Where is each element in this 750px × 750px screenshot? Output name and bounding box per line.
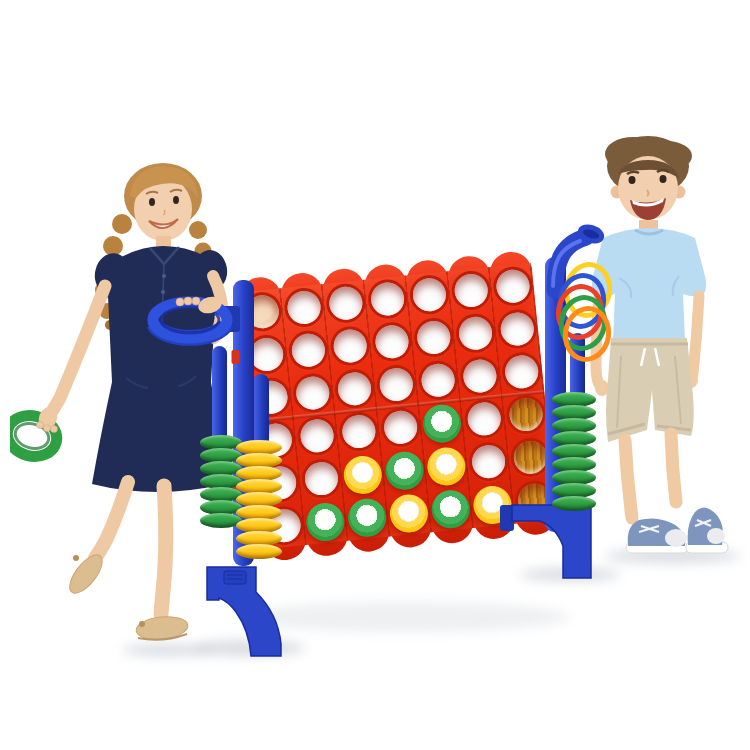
cell-r3c4[interactable] [373, 361, 419, 408]
hole [290, 332, 326, 368]
cell-r3c7[interactable] [498, 348, 544, 395]
cell-r5c4[interactable] [381, 447, 427, 494]
cell-r5c7[interactable] [507, 434, 553, 481]
cell-r6c7[interactable] [511, 477, 557, 524]
green-ring [384, 449, 426, 491]
cell-r5c2[interactable] [298, 455, 344, 502]
hand-behind-hole [244, 294, 280, 330]
hole [303, 461, 339, 497]
hole [373, 324, 409, 360]
cell-r4c3[interactable] [335, 408, 381, 455]
green-ring [346, 496, 388, 538]
yellow-ring [425, 445, 467, 487]
cell-r5c6[interactable] [465, 438, 511, 485]
cell-r2c1[interactable] [243, 331, 289, 378]
toss-rings [556, 262, 608, 342]
cell-r3c2[interactable] [289, 370, 335, 417]
hole [411, 277, 447, 313]
hole [369, 281, 405, 317]
hole [466, 401, 502, 437]
cell-r5c5[interactable] [423, 442, 469, 489]
hole [503, 354, 539, 390]
cell-r1c7[interactable] [489, 263, 535, 310]
boy-sneakers [626, 507, 728, 553]
yellow-ring [342, 454, 384, 496]
hole [336, 371, 372, 407]
cell-r2c5[interactable] [410, 314, 456, 361]
cell-r4c2[interactable] [294, 412, 340, 459]
ring-stack-right-green [552, 394, 596, 511]
hole [332, 328, 368, 364]
cell-r3c3[interactable] [331, 365, 377, 412]
hole [299, 418, 335, 454]
cell-r2c6[interactable] [452, 310, 498, 357]
cell-r3c5[interactable] [415, 357, 461, 404]
green-ring [304, 501, 346, 543]
cell-r2c4[interactable] [368, 318, 414, 365]
yellow-ring [472, 484, 514, 526]
girl-face [130, 166, 198, 241]
hole [470, 444, 506, 480]
amber-showthrough [516, 482, 552, 518]
yellow-ring [388, 492, 430, 534]
cell-r2c2[interactable] [285, 327, 331, 374]
cell-r1c3[interactable] [322, 280, 368, 327]
cell-r2c3[interactable] [327, 323, 373, 370]
cell-r1c6[interactable] [448, 267, 494, 314]
hole [461, 358, 497, 394]
green-ring [430, 488, 472, 530]
cell-r2c7[interactable] [494, 306, 540, 353]
cell-r4c5[interactable] [419, 400, 465, 447]
board-grid [239, 263, 558, 549]
hole [457, 315, 493, 351]
four-in-a-row-board [239, 263, 558, 549]
cell-r3c6[interactable] [456, 353, 502, 400]
boy-shorts [606, 338, 694, 442]
hole [285, 289, 321, 325]
cell-r4c6[interactable] [461, 395, 507, 442]
cell-r5c3[interactable] [340, 451, 386, 498]
ring-stack-left-yellow [236, 442, 282, 559]
hole [415, 320, 451, 356]
cell-r4c7[interactable] [502, 391, 548, 438]
floor-shadow [240, 602, 570, 632]
hole [378, 367, 414, 403]
hole [294, 375, 330, 411]
amber-showthrough [512, 439, 548, 475]
hole [499, 311, 535, 347]
amber-showthrough [507, 397, 543, 433]
girl-legs [95, 482, 166, 614]
hole [248, 336, 284, 372]
hole [382, 409, 418, 445]
hole [453, 272, 489, 308]
hole [494, 268, 530, 304]
hole [420, 362, 456, 398]
cell-r1c2[interactable] [281, 284, 327, 331]
cell-r1c5[interactable] [406, 271, 452, 318]
spare-ring-green [552, 496, 596, 511]
boy-legs [625, 434, 676, 518]
green-ring [421, 402, 463, 444]
cell-r6c2[interactable] [302, 498, 348, 545]
cell-r4c4[interactable] [377, 404, 423, 451]
cell-r6c4[interactable] [386, 489, 432, 536]
cell-r1c4[interactable] [364, 276, 410, 323]
scene [0, 0, 750, 750]
cell-r1c1[interactable] [239, 288, 285, 335]
spare-ring-yellow [236, 544, 282, 559]
cell-r6c5[interactable] [428, 485, 474, 532]
hole [340, 414, 376, 450]
hole [327, 285, 363, 321]
cell-r6c3[interactable] [344, 494, 390, 541]
cell-r6c6[interactable] [469, 481, 515, 528]
ring-peg [212, 346, 227, 440]
ring-peg [253, 374, 269, 446]
